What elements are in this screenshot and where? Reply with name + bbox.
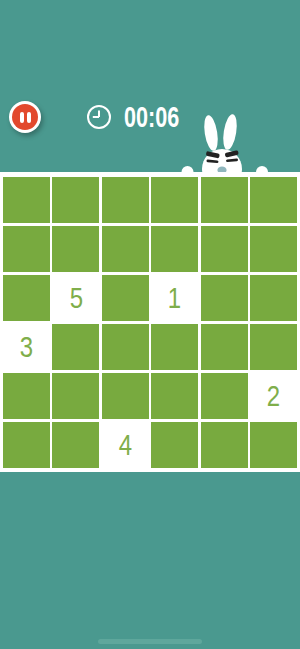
home-indicator[interactable]: [98, 639, 202, 644]
grid-cell-r1c2[interactable]: [52, 177, 99, 223]
grid-cell-r6c3[interactable]: 4: [102, 422, 149, 468]
grid-cell-r5c3[interactable]: [102, 373, 149, 419]
grid-cell-r5c2[interactable]: [52, 373, 99, 419]
bunny-left-ear: [202, 114, 220, 151]
grid-cell-r6c4[interactable]: [151, 422, 198, 468]
grid-cell-r4c5[interactable]: [201, 324, 248, 370]
grid-cell-r4c1[interactable]: 3: [3, 324, 50, 370]
grid-cell-r5c1[interactable]: [3, 373, 50, 419]
grid-cell-r3c4[interactable]: 1: [151, 275, 198, 321]
grid-cell-r6c2[interactable]: [52, 422, 99, 468]
grid-cell-r4c6[interactable]: [250, 324, 297, 370]
grid-cell-r4c3[interactable]: [102, 324, 149, 370]
grid-cell-r4c4[interactable]: [151, 324, 198, 370]
grid-cell-r2c2[interactable]: [52, 226, 99, 272]
grid-cell-r3c1[interactable]: [3, 275, 50, 321]
grid-cell-r1c5[interactable]: [201, 177, 248, 223]
grid-cell-r1c3[interactable]: [102, 177, 149, 223]
grid-cell-r2c3[interactable]: [102, 226, 149, 272]
grid-cell-r1c6[interactable]: [250, 177, 297, 223]
grid-cell-r5c5[interactable]: [201, 373, 248, 419]
timer-text: 00:06: [124, 104, 179, 130]
game-screen: 00:06 51324: [0, 0, 300, 649]
grid-cell-r3c6[interactable]: [250, 275, 297, 321]
grid-cell-r3c5[interactable]: [201, 275, 248, 321]
cell-number: 2: [267, 381, 280, 411]
grid-cell-r5c4[interactable]: [151, 373, 198, 419]
grid-cell-r6c1[interactable]: [3, 422, 50, 468]
grid-cell-r2c6[interactable]: [250, 226, 297, 272]
board: 51324: [0, 172, 300, 472]
grid-cell-r3c3[interactable]: [102, 275, 149, 321]
grid-cell-r5c6[interactable]: 2: [250, 373, 297, 419]
pause-icon: [12, 104, 38, 130]
bunny-right-ear: [221, 113, 239, 150]
grid-cell-r1c4[interactable]: [151, 177, 198, 223]
cell-number: 1: [168, 283, 181, 313]
cell-number: 5: [69, 283, 82, 313]
grid-cell-r6c6[interactable]: [250, 422, 297, 468]
cell-number: 3: [20, 332, 33, 362]
pause-button[interactable]: [9, 101, 41, 133]
grid-cell-r4c2[interactable]: [52, 324, 99, 370]
cell-number: 4: [119, 430, 132, 460]
grid-cell-r6c5[interactable]: [201, 422, 248, 468]
grid-cell-r2c4[interactable]: [151, 226, 198, 272]
grid-cell-r3c2[interactable]: 5: [52, 275, 99, 321]
clock-icon: [86, 104, 112, 130]
grid-cell-r2c5[interactable]: [201, 226, 248, 272]
bunny-character: [175, 105, 280, 173]
grid-cell-r1c1[interactable]: [3, 177, 50, 223]
grid-cell-r2c1[interactable]: [3, 226, 50, 272]
